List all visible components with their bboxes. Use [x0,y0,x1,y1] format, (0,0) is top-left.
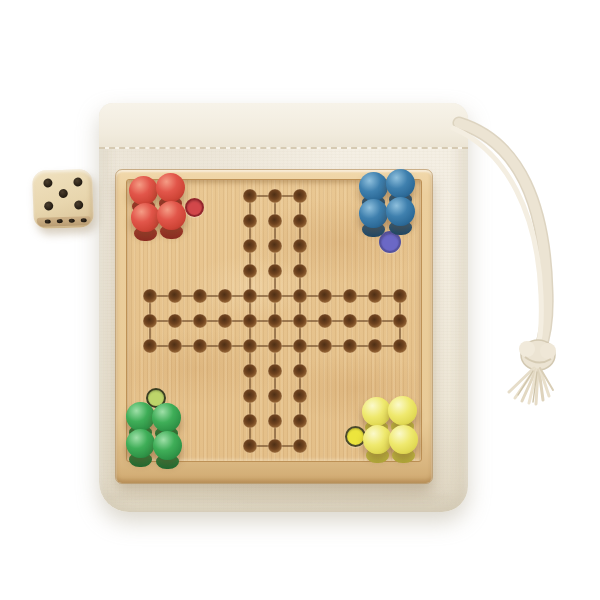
peg-ball [388,396,417,425]
hole-r7-c4[interactable] [218,339,232,353]
die-pip [43,178,52,187]
start-marker-red [185,198,204,217]
hole-r5-c1[interactable] [143,289,157,303]
hole-r5-c4[interactable] [218,289,232,303]
hole-r5-c9[interactable] [343,289,357,303]
hole-r6-c7[interactable] [293,314,307,328]
hole-r7-c5[interactable] [243,339,257,353]
hole-r7-c6[interactable] [268,339,282,353]
die-front-pip [45,219,51,223]
peg-blue-4[interactable] [386,197,416,235]
peg-ball [386,197,415,226]
die-pip [44,201,53,210]
rope-outline [459,123,547,349]
hole-r6-c6[interactable] [268,314,282,328]
hole-r6-c2[interactable] [168,314,182,328]
peg-ball [153,431,182,460]
peg-green-3[interactable] [126,429,156,467]
peg-ball [157,201,186,230]
peg-ball [359,199,388,228]
die-front-pip [69,219,75,223]
photo-scene [0,0,600,600]
hole-r6-c9[interactable] [343,314,357,328]
hole-r4-c5[interactable] [243,264,257,278]
hole-r9-c7[interactable] [293,389,307,403]
hole-r11-c7[interactable] [293,439,307,453]
die-top-face-5 [32,169,94,218]
peg-ball [362,397,391,426]
peg-ball [386,169,415,198]
rope-knot [519,340,556,370]
hole-r3-c7[interactable] [293,239,307,253]
peg-ball [126,429,155,458]
hole-r7-c3[interactable] [193,339,207,353]
hole-r5-c11[interactable] [393,289,407,303]
hole-r11-c5[interactable] [243,439,257,453]
hole-r7-c8[interactable] [318,339,332,353]
hole-r7-c1[interactable] [143,339,157,353]
hole-r8-c6[interactable] [268,364,282,378]
hole-r8-c7[interactable] [293,364,307,378]
hole-r4-c7[interactable] [293,264,307,278]
hole-r5-c10[interactable] [368,289,382,303]
hole-r8-c5[interactable] [243,364,257,378]
hole-r2-c7[interactable] [293,214,307,228]
hole-r3-c6[interactable] [268,239,282,253]
hole-r10-c7[interactable] [293,414,307,428]
peg-ball [389,425,418,454]
hole-r7-c11[interactable] [393,339,407,353]
hole-r5-c7[interactable] [293,289,307,303]
peg-ball [359,172,388,201]
peg-ball [129,176,158,205]
hole-r2-c5[interactable] [243,214,257,228]
hole-r6-c4[interactable] [218,314,232,328]
hole-r6-c3[interactable] [193,314,207,328]
hole-r1-c6[interactable] [268,189,282,203]
rope-tassel [509,368,553,404]
peg-blue-3[interactable] [359,199,389,237]
hole-r11-c6[interactable] [268,439,282,453]
die-front-face [37,216,91,227]
die-pip [74,200,83,209]
bag-top-seam-band [99,103,468,149]
hole-r5-c8[interactable] [318,289,332,303]
hole-r1-c5[interactable] [243,189,257,203]
hole-r10-c5[interactable] [243,414,257,428]
hole-r5-c5[interactable] [243,289,257,303]
hole-r6-c8[interactable] [318,314,332,328]
hole-r9-c6[interactable] [268,389,282,403]
die-pip [58,188,67,197]
peg-ball [152,403,181,432]
hole-r7-c9[interactable] [343,339,357,353]
hole-r4-c6[interactable] [268,264,282,278]
hole-r5-c6[interactable] [268,289,282,303]
hole-r6-c11[interactable] [393,314,407,328]
hole-r6-c10[interactable] [368,314,382,328]
wooden-die[interactable] [32,169,94,229]
hole-r7-c2[interactable] [168,339,182,353]
peg-ball [156,173,185,202]
hole-r6-c5[interactable] [243,314,257,328]
die-pip [73,177,82,186]
hole-r7-c10[interactable] [368,339,382,353]
hole-r5-c3[interactable] [193,289,207,303]
hole-r7-c7[interactable] [293,339,307,353]
peg-ball [131,203,160,232]
peg-green-4[interactable] [153,431,183,469]
bag-bottom-hem-shadow [105,492,452,502]
hole-r1-c7[interactable] [293,189,307,203]
hole-r10-c6[interactable] [268,414,282,428]
hole-r3-c5[interactable] [243,239,257,253]
peg-ball [363,425,392,454]
peg-yellow-4[interactable] [389,425,419,463]
hole-r6-c1[interactable] [143,314,157,328]
hole-r9-c5[interactable] [243,389,257,403]
die-front-pip [57,219,63,223]
die-front-pip [81,218,87,222]
hole-r5-c2[interactable] [168,289,182,303]
rope-strand-outer [459,123,547,349]
peg-red-4[interactable] [157,201,187,239]
peg-ball [126,402,155,431]
hole-r2-c6[interactable] [268,214,282,228]
